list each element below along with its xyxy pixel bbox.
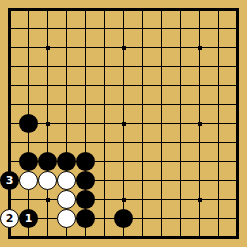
intersection-f1[interactable] bbox=[95, 0, 114, 19]
intersection-f4[interactable] bbox=[95, 57, 114, 76]
intersection-d13[interactable] bbox=[57, 228, 76, 247]
intersection-i13[interactable] bbox=[152, 228, 171, 247]
intersection-j8[interactable] bbox=[171, 133, 190, 152]
intersection-e13[interactable] bbox=[76, 228, 95, 247]
white-stone bbox=[57, 171, 76, 190]
intersection-h4[interactable] bbox=[133, 57, 152, 76]
intersection-g6[interactable] bbox=[114, 95, 133, 114]
intersection-f5[interactable] bbox=[95, 76, 114, 95]
intersection-k4[interactable] bbox=[190, 57, 209, 76]
black-stone bbox=[19, 114, 38, 133]
intersection-i4[interactable] bbox=[152, 57, 171, 76]
intersection-l7[interactable] bbox=[209, 114, 228, 133]
intersection-c8[interactable] bbox=[38, 133, 57, 152]
intersection-l4[interactable] bbox=[209, 57, 228, 76]
intersection-i10[interactable] bbox=[152, 171, 171, 190]
intersection-i8[interactable] bbox=[152, 133, 171, 152]
intersection-l9[interactable] bbox=[209, 152, 228, 171]
intersection-a9[interactable] bbox=[0, 152, 19, 171]
intersection-c4[interactable] bbox=[38, 57, 57, 76]
black-stone bbox=[76, 171, 95, 190]
intersection-b10[interactable] bbox=[19, 171, 38, 190]
intersection-a7[interactable] bbox=[0, 114, 19, 133]
intersection-h13[interactable] bbox=[133, 228, 152, 247]
intersection-c11[interactable] bbox=[38, 190, 57, 209]
intersection-a3[interactable] bbox=[0, 38, 19, 57]
intersection-j9[interactable] bbox=[171, 152, 190, 171]
intersection-f12[interactable] bbox=[95, 209, 114, 228]
intersection-k11[interactable] bbox=[190, 190, 209, 209]
intersection-f7[interactable] bbox=[95, 114, 114, 133]
intersection-k13[interactable] bbox=[190, 228, 209, 247]
intersection-a8[interactable] bbox=[0, 133, 19, 152]
intersection-i12[interactable] bbox=[152, 209, 171, 228]
intersection-g3[interactable] bbox=[114, 38, 133, 57]
intersection-e6[interactable] bbox=[76, 95, 95, 114]
star-point bbox=[198, 198, 202, 202]
intersection-g7[interactable] bbox=[114, 114, 133, 133]
star-point bbox=[122, 198, 126, 202]
intersection-c10[interactable] bbox=[38, 171, 57, 190]
intersection-a12[interactable]: 2 bbox=[0, 209, 19, 228]
intersection-i3[interactable] bbox=[152, 38, 171, 57]
intersection-b9[interactable] bbox=[19, 152, 38, 171]
intersection-e11[interactable] bbox=[76, 190, 95, 209]
intersection-d9[interactable] bbox=[57, 152, 76, 171]
intersection-j4[interactable] bbox=[171, 57, 190, 76]
intersection-h11[interactable] bbox=[133, 190, 152, 209]
white-stone bbox=[38, 171, 57, 190]
intersection-k8[interactable] bbox=[190, 133, 209, 152]
intersection-g1[interactable] bbox=[114, 0, 133, 19]
intersection-f3[interactable] bbox=[95, 38, 114, 57]
intersection-j10[interactable] bbox=[171, 171, 190, 190]
black-stone bbox=[76, 190, 95, 209]
intersection-d7[interactable] bbox=[57, 114, 76, 133]
intersection-k2[interactable] bbox=[190, 19, 209, 38]
star-point bbox=[122, 122, 126, 126]
intersection-e9[interactable] bbox=[76, 152, 95, 171]
intersection-d3[interactable] bbox=[57, 38, 76, 57]
intersection-g5[interactable] bbox=[114, 76, 133, 95]
intersection-k6[interactable] bbox=[190, 95, 209, 114]
move-number-label: 3 bbox=[6, 175, 14, 186]
intersection-g8[interactable] bbox=[114, 133, 133, 152]
black-stone bbox=[76, 209, 95, 228]
intersection-d10[interactable] bbox=[57, 171, 76, 190]
intersection-k12[interactable] bbox=[190, 209, 209, 228]
go-board-diagram: 321 bbox=[0, 0, 247, 247]
black-stone: 3 bbox=[0, 171, 19, 190]
intersection-f13[interactable] bbox=[95, 228, 114, 247]
intersection-e1[interactable] bbox=[76, 0, 95, 19]
intersection-b11[interactable] bbox=[19, 190, 38, 209]
intersection-k10[interactable] bbox=[190, 171, 209, 190]
intersection-d11[interactable] bbox=[57, 190, 76, 209]
intersection-j5[interactable] bbox=[171, 76, 190, 95]
intersection-d2[interactable] bbox=[57, 19, 76, 38]
intersection-g11[interactable] bbox=[114, 190, 133, 209]
intersection-i11[interactable] bbox=[152, 190, 171, 209]
intersection-i5[interactable] bbox=[152, 76, 171, 95]
intersection-h10[interactable] bbox=[133, 171, 152, 190]
intersection-l13[interactable] bbox=[209, 228, 228, 247]
intersection-l1[interactable] bbox=[209, 0, 228, 19]
intersection-e5[interactable] bbox=[76, 76, 95, 95]
intersection-g13[interactable] bbox=[114, 228, 133, 247]
intersection-b5[interactable] bbox=[19, 76, 38, 95]
intersection-m13[interactable] bbox=[228, 228, 247, 247]
intersection-e12[interactable] bbox=[76, 209, 95, 228]
intersection-j12[interactable] bbox=[171, 209, 190, 228]
intersection-g9[interactable] bbox=[114, 152, 133, 171]
intersection-c7[interactable] bbox=[38, 114, 57, 133]
star-point bbox=[122, 46, 126, 50]
intersection-l12[interactable] bbox=[209, 209, 228, 228]
intersection-m2[interactable] bbox=[228, 19, 247, 38]
intersection-d4[interactable] bbox=[57, 57, 76, 76]
white-stone bbox=[57, 190, 76, 209]
intersection-m3[interactable] bbox=[228, 38, 247, 57]
star-point bbox=[198, 46, 202, 50]
black-stone: 1 bbox=[19, 209, 38, 228]
intersection-c5[interactable] bbox=[38, 76, 57, 95]
star-point bbox=[46, 122, 50, 126]
intersection-b1[interactable] bbox=[19, 0, 38, 19]
intersection-c12[interactable] bbox=[38, 209, 57, 228]
intersection-b13[interactable] bbox=[19, 228, 38, 247]
star-point bbox=[46, 46, 50, 50]
intersection-b4[interactable] bbox=[19, 57, 38, 76]
black-stone bbox=[57, 152, 76, 171]
intersection-d5[interactable] bbox=[57, 76, 76, 95]
intersection-j3[interactable] bbox=[171, 38, 190, 57]
intersection-j2[interactable] bbox=[171, 19, 190, 38]
intersection-l5[interactable] bbox=[209, 76, 228, 95]
intersection-m5[interactable] bbox=[228, 76, 247, 95]
intersection-f9[interactable] bbox=[95, 152, 114, 171]
intersection-g2[interactable] bbox=[114, 19, 133, 38]
intersection-h2[interactable] bbox=[133, 19, 152, 38]
intersection-l3[interactable] bbox=[209, 38, 228, 57]
intersection-i9[interactable] bbox=[152, 152, 171, 171]
star-point bbox=[46, 198, 50, 202]
intersection-m7[interactable] bbox=[228, 114, 247, 133]
intersection-k7[interactable] bbox=[190, 114, 209, 133]
intersection-b2[interactable] bbox=[19, 19, 38, 38]
intersection-b7[interactable] bbox=[19, 114, 38, 133]
intersection-a11[interactable] bbox=[0, 190, 19, 209]
black-stone bbox=[114, 209, 133, 228]
intersection-a10[interactable]: 3 bbox=[0, 171, 19, 190]
intersection-h9[interactable] bbox=[133, 152, 152, 171]
intersection-k9[interactable] bbox=[190, 152, 209, 171]
intersection-a2[interactable] bbox=[0, 19, 19, 38]
intersection-h12[interactable] bbox=[133, 209, 152, 228]
intersection-d8[interactable] bbox=[57, 133, 76, 152]
intersection-a6[interactable] bbox=[0, 95, 19, 114]
intersection-h1[interactable] bbox=[133, 0, 152, 19]
intersection-m4[interactable] bbox=[228, 57, 247, 76]
intersection-k5[interactable] bbox=[190, 76, 209, 95]
black-stone bbox=[38, 152, 57, 171]
intersection-g4[interactable] bbox=[114, 57, 133, 76]
intersection-e7[interactable] bbox=[76, 114, 95, 133]
intersection-i6[interactable] bbox=[152, 95, 171, 114]
intersection-m6[interactable] bbox=[228, 95, 247, 114]
intersection-f10[interactable] bbox=[95, 171, 114, 190]
intersection-d1[interactable] bbox=[57, 0, 76, 19]
intersection-h7[interactable] bbox=[133, 114, 152, 133]
intersection-i1[interactable] bbox=[152, 0, 171, 19]
intersection-e8[interactable] bbox=[76, 133, 95, 152]
move-number-label: 2 bbox=[6, 213, 14, 224]
intersection-j13[interactable] bbox=[171, 228, 190, 247]
intersection-c6[interactable] bbox=[38, 95, 57, 114]
black-stone bbox=[76, 152, 95, 171]
intersection-m9[interactable] bbox=[228, 152, 247, 171]
intersection-d12[interactable] bbox=[57, 209, 76, 228]
intersection-c2[interactable] bbox=[38, 19, 57, 38]
intersection-i2[interactable] bbox=[152, 19, 171, 38]
intersection-j7[interactable] bbox=[171, 114, 190, 133]
move-number-label: 1 bbox=[25, 213, 33, 224]
intersection-l11[interactable] bbox=[209, 190, 228, 209]
intersection-d6[interactable] bbox=[57, 95, 76, 114]
intersection-b3[interactable] bbox=[19, 38, 38, 57]
intersection-h3[interactable] bbox=[133, 38, 152, 57]
intersection-f8[interactable] bbox=[95, 133, 114, 152]
intersection-j1[interactable] bbox=[171, 0, 190, 19]
white-stone: 2 bbox=[0, 209, 19, 228]
intersection-b12[interactable]: 1 bbox=[19, 209, 38, 228]
intersection-b6[interactable] bbox=[19, 95, 38, 114]
intersection-h6[interactable] bbox=[133, 95, 152, 114]
intersection-f2[interactable] bbox=[95, 19, 114, 38]
intersection-c9[interactable] bbox=[38, 152, 57, 171]
intersection-k3[interactable] bbox=[190, 38, 209, 57]
intersection-g12[interactable] bbox=[114, 209, 133, 228]
intersection-m12[interactable] bbox=[228, 209, 247, 228]
intersection-e2[interactable] bbox=[76, 19, 95, 38]
intersection-b8[interactable] bbox=[19, 133, 38, 152]
go-board: 321 bbox=[0, 0, 247, 247]
star-point bbox=[198, 122, 202, 126]
intersection-i7[interactable] bbox=[152, 114, 171, 133]
intersection-a1[interactable] bbox=[0, 0, 19, 19]
intersection-m8[interactable] bbox=[228, 133, 247, 152]
intersection-m1[interactable] bbox=[228, 0, 247, 19]
intersection-c3[interactable] bbox=[38, 38, 57, 57]
intersection-e10[interactable] bbox=[76, 171, 95, 190]
intersection-e3[interactable] bbox=[76, 38, 95, 57]
intersection-e4[interactable] bbox=[76, 57, 95, 76]
intersection-c13[interactable] bbox=[38, 228, 57, 247]
intersection-c1[interactable] bbox=[38, 0, 57, 19]
intersection-l2[interactable] bbox=[209, 19, 228, 38]
intersection-l10[interactable] bbox=[209, 171, 228, 190]
intersection-j6[interactable] bbox=[171, 95, 190, 114]
intersection-a5[interactable] bbox=[0, 76, 19, 95]
intersection-f11[interactable] bbox=[95, 190, 114, 209]
intersection-m11[interactable] bbox=[228, 190, 247, 209]
intersection-l8[interactable] bbox=[209, 133, 228, 152]
intersection-j11[interactable] bbox=[171, 190, 190, 209]
intersection-a13[interactable] bbox=[0, 228, 19, 247]
intersection-h5[interactable] bbox=[133, 76, 152, 95]
intersection-h8[interactable] bbox=[133, 133, 152, 152]
intersection-f6[interactable] bbox=[95, 95, 114, 114]
intersection-g10[interactable] bbox=[114, 171, 133, 190]
white-stone bbox=[57, 209, 76, 228]
black-stone bbox=[19, 152, 38, 171]
intersection-l6[interactable] bbox=[209, 95, 228, 114]
white-stone bbox=[19, 171, 38, 190]
intersection-m10[interactable] bbox=[228, 171, 247, 190]
intersection-k1[interactable] bbox=[190, 0, 209, 19]
intersection-a4[interactable] bbox=[0, 57, 19, 76]
